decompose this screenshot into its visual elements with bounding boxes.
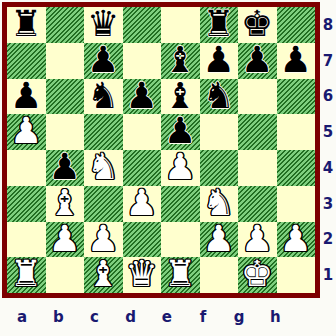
black-knight-f6[interactable]: ♞ [203,79,235,114]
square-d7[interactable] [123,43,162,79]
square-h3[interactable] [277,186,316,222]
white-pawn-a5[interactable]: ♟ [10,114,42,149]
square-e8[interactable] [161,7,200,43]
square-h4[interactable] [277,150,316,186]
square-a2[interactable] [7,222,46,258]
square-g1[interactable]: ♚ [238,257,277,293]
square-c1[interactable]: ♝ [84,257,123,293]
square-a5[interactable]: ♟ [7,114,46,150]
square-c6[interactable]: ♞ [84,79,123,115]
square-d6[interactable]: ♟ [123,79,162,115]
black-pawn-f7[interactable]: ♟ [203,43,235,78]
file-label-b: b [40,298,76,336]
square-a1[interactable]: ♜ [7,257,46,293]
file-label-d: d [113,298,149,336]
rank-labels: 87654321 [320,7,336,293]
rank-label-8: 8 [320,7,336,43]
square-h5[interactable] [277,114,316,150]
white-pawn-d3[interactable]: ♟ [126,186,158,221]
square-e3[interactable] [161,186,200,222]
square-e1[interactable]: ♜ [161,257,200,293]
black-knight-c6[interactable]: ♞ [87,79,119,114]
square-e6[interactable]: ♝ [161,79,200,115]
white-pawn-c2[interactable]: ♟ [87,222,119,257]
square-e4[interactable]: ♟ [161,150,200,186]
rank-label-2: 2 [320,222,336,258]
rank-label-5: 5 [320,114,336,150]
square-g4[interactable] [238,150,277,186]
square-e2[interactable] [161,222,200,258]
rank-label-7: 7 [320,43,336,79]
white-pawn-f2[interactable]: ♟ [203,222,235,257]
square-c7[interactable]: ♟ [84,43,123,79]
square-f7[interactable]: ♟ [200,43,239,79]
square-h6[interactable] [277,79,316,115]
black-rook-f8[interactable]: ♜ [203,7,235,42]
square-d3[interactable]: ♟ [123,186,162,222]
square-g2[interactable]: ♟ [238,222,277,258]
file-label-h: h [257,298,293,336]
square-b5[interactable] [46,114,85,150]
black-pawn-e5[interactable]: ♟ [164,114,196,149]
square-d2[interactable] [123,222,162,258]
square-h2[interactable]: ♟ [277,222,316,258]
white-knight-c4[interactable]: ♞ [87,150,119,185]
square-d5[interactable] [123,114,162,150]
square-b3[interactable]: ♝ [46,186,85,222]
square-g3[interactable] [238,186,277,222]
square-f8[interactable]: ♜ [200,7,239,43]
white-bishop-b3[interactable]: ♝ [49,186,81,221]
white-pawn-h2[interactable]: ♟ [280,222,312,257]
square-c2[interactable]: ♟ [84,222,123,258]
file-label-a: a [4,298,40,336]
black-king-g8[interactable]: ♚ [241,7,273,42]
black-pawn-g7[interactable]: ♟ [241,43,273,78]
square-b4[interactable]: ♟ [46,150,85,186]
square-h1[interactable] [277,257,316,293]
square-b6[interactable] [46,79,85,115]
square-b2[interactable]: ♟ [46,222,85,258]
white-queen-d1[interactable]: ♛ [126,257,158,292]
black-pawn-h7[interactable]: ♟ [280,43,312,78]
chessboard: ♜♛♜♚♟♝♟♟♟♟♞♟♝♞♟♟♟♞♟♝♟♞♟♟♟♟♟♜♝♛♜♚ [7,7,315,293]
black-pawn-b4[interactable]: ♟ [49,150,81,185]
file-label-f: f [185,298,221,336]
square-f3[interactable]: ♞ [200,186,239,222]
square-c8[interactable]: ♛ [84,7,123,43]
black-queen-c8[interactable]: ♛ [87,7,119,42]
black-pawn-d6[interactable]: ♟ [126,79,158,114]
square-f2[interactable]: ♟ [200,222,239,258]
square-h7[interactable]: ♟ [277,43,316,79]
file-labels: abcdefgh [4,298,294,336]
square-g5[interactable] [238,114,277,150]
square-b7[interactable] [46,43,85,79]
square-f6[interactable]: ♞ [200,79,239,115]
square-h8[interactable] [277,7,316,43]
chess-diagram-page: ♜♛♜♚♟♝♟♟♟♟♞♟♝♞♟♟♟♞♟♝♟♞♟♟♟♟♟♜♝♛♜♚ 8765432… [0,0,336,336]
board-frame: ♜♛♜♚♟♝♟♟♟♟♞♟♝♞♟♟♟♞♟♝♟♞♟♟♟♟♟♜♝♛♜♚ [2,2,320,298]
square-b1[interactable] [46,257,85,293]
white-rook-a1[interactable]: ♜ [10,257,42,292]
black-pawn-c7[interactable]: ♟ [87,43,119,78]
white-knight-f3[interactable]: ♞ [203,186,235,221]
rank-label-3: 3 [320,186,336,222]
square-g6[interactable] [238,79,277,115]
square-a8[interactable]: ♜ [7,7,46,43]
white-pawn-e4[interactable]: ♟ [164,150,196,185]
rank-label-4: 4 [320,150,336,186]
white-bishop-c1[interactable]: ♝ [87,257,119,292]
square-a6[interactable]: ♟ [7,79,46,115]
white-pawn-b2[interactable]: ♟ [49,222,81,257]
black-rook-a8[interactable]: ♜ [10,7,42,42]
square-d4[interactable] [123,150,162,186]
black-pawn-a6[interactable]: ♟ [10,79,42,114]
square-c4[interactable]: ♞ [84,150,123,186]
square-a4[interactable] [7,150,46,186]
square-e5[interactable]: ♟ [161,114,200,150]
white-rook-e1[interactable]: ♜ [164,257,196,292]
rank-label-6: 6 [320,79,336,115]
square-c3[interactable] [84,186,123,222]
square-c5[interactable] [84,114,123,150]
white-pawn-g2[interactable]: ♟ [241,222,273,257]
square-g7[interactable]: ♟ [238,43,277,79]
square-f4[interactable] [200,150,239,186]
file-label-c: c [76,298,112,336]
file-label-e: e [149,298,185,336]
black-bishop-e6[interactable]: ♝ [164,79,196,114]
square-f5[interactable] [200,114,239,150]
white-king-g1[interactable]: ♚ [241,257,273,292]
square-e7[interactable]: ♝ [161,43,200,79]
black-bishop-e7[interactable]: ♝ [164,43,196,78]
square-b8[interactable] [46,7,85,43]
square-g8[interactable]: ♚ [238,7,277,43]
rank-label-1: 1 [320,257,336,293]
square-a7[interactable] [7,43,46,79]
square-f1[interactable] [200,257,239,293]
square-d1[interactable]: ♛ [123,257,162,293]
square-a3[interactable] [7,186,46,222]
file-label-g: g [221,298,257,336]
square-d8[interactable] [123,7,162,43]
